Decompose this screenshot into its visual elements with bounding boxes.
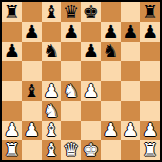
white-bishop[interactable]: ♝ [43, 121, 59, 139]
black-king[interactable]: ♚ [83, 3, 99, 21]
square-e6[interactable]: ♟ [81, 42, 101, 62]
black-rook[interactable]: ♜ [142, 3, 158, 21]
square-g7[interactable]: ♟ [121, 22, 141, 42]
square-e4[interactable]: ♟ [81, 81, 101, 101]
black-bishop[interactable]: ♝ [43, 3, 59, 21]
black-pawn[interactable]: ♟ [24, 23, 40, 41]
white-knight[interactable]: ♞ [63, 82, 79, 100]
square-d7[interactable]: ♟ [61, 22, 81, 42]
black-rook[interactable]: ♜ [4, 3, 20, 21]
square-h8[interactable]: ♜ [140, 2, 160, 22]
square-e1[interactable]: ♚ [81, 140, 101, 160]
square-b6[interactable] [22, 42, 42, 62]
square-e5[interactable] [81, 61, 101, 81]
square-a1[interactable]: ♜ [2, 140, 22, 160]
black-pawn[interactable]: ♟ [103, 23, 119, 41]
square-a7[interactable] [2, 22, 22, 42]
square-b4[interactable]: ♝ [22, 81, 42, 101]
square-g5[interactable] [121, 61, 141, 81]
square-c8[interactable]: ♝ [42, 2, 62, 22]
square-c2[interactable]: ♝ [42, 121, 62, 141]
white-king[interactable]: ♚ [83, 141, 99, 159]
white-pawn[interactable]: ♟ [24, 121, 40, 139]
white-knight[interactable]: ♞ [43, 102, 59, 120]
square-f7[interactable]: ♟ [101, 22, 121, 42]
square-f6[interactable]: ♞ [101, 42, 121, 62]
square-d6[interactable] [61, 42, 81, 62]
square-d3[interactable] [61, 101, 81, 121]
square-c6[interactable]: ♞ [42, 42, 62, 62]
square-g4[interactable] [121, 81, 141, 101]
square-f2[interactable]: ♟ [101, 121, 121, 141]
square-g1[interactable] [121, 140, 141, 160]
square-b7[interactable]: ♟ [22, 22, 42, 42]
square-b5[interactable] [22, 61, 42, 81]
square-h5[interactable] [140, 61, 160, 81]
square-e2[interactable] [81, 121, 101, 141]
square-b1[interactable] [22, 140, 42, 160]
square-f1[interactable] [101, 140, 121, 160]
square-g2[interactable]: ♟ [121, 121, 141, 141]
square-h4[interactable] [140, 81, 160, 101]
square-c1[interactable]: ♝ [42, 140, 62, 160]
square-g6[interactable] [121, 42, 141, 62]
black-bishop[interactable]: ♝ [24, 82, 40, 100]
black-pawn[interactable]: ♟ [63, 23, 79, 41]
square-f5[interactable] [101, 61, 121, 81]
square-a3[interactable] [2, 101, 22, 121]
white-pawn[interactable]: ♟ [103, 121, 119, 139]
square-h7[interactable]: ♟ [140, 22, 160, 42]
white-pawn[interactable]: ♟ [122, 121, 138, 139]
white-bishop[interactable]: ♝ [43, 141, 59, 159]
square-c3[interactable]: ♞ [42, 101, 62, 121]
square-b3[interactable] [22, 101, 42, 121]
white-pawn[interactable]: ♟ [83, 82, 99, 100]
black-pawn[interactable]: ♟ [122, 23, 138, 41]
square-d1[interactable]: ♛ [61, 140, 81, 160]
chess-board: ♜♝♛♚♜♟♟♟♟♟♟♞♟♞♝♟♞♟♞♟♟♝♟♟♟♜♝♛♚♜ [0, 0, 162, 162]
square-a8[interactable]: ♜ [2, 2, 22, 22]
square-h1[interactable]: ♜ [140, 140, 160, 160]
square-b8[interactable] [22, 2, 42, 22]
white-rook[interactable]: ♜ [142, 141, 158, 159]
square-d2[interactable] [61, 121, 81, 141]
black-knight[interactable]: ♞ [43, 42, 59, 60]
square-g8[interactable] [121, 2, 141, 22]
black-pawn[interactable]: ♟ [142, 23, 158, 41]
square-g3[interactable] [121, 101, 141, 121]
square-d5[interactable] [61, 61, 81, 81]
square-b2[interactable]: ♟ [22, 121, 42, 141]
square-f8[interactable] [101, 2, 121, 22]
square-c5[interactable] [42, 61, 62, 81]
square-f3[interactable] [101, 101, 121, 121]
black-pawn[interactable]: ♟ [4, 42, 20, 60]
square-e3[interactable] [81, 101, 101, 121]
square-h2[interactable]: ♟ [140, 121, 160, 141]
black-queen[interactable]: ♛ [63, 3, 79, 21]
square-e8[interactable]: ♚ [81, 2, 101, 22]
square-a4[interactable] [2, 81, 22, 101]
white-pawn[interactable]: ♟ [43, 82, 59, 100]
black-pawn[interactable]: ♟ [83, 42, 99, 60]
square-h6[interactable] [140, 42, 160, 62]
white-pawn[interactable]: ♟ [4, 121, 20, 139]
square-d4[interactable]: ♞ [61, 81, 81, 101]
square-d8[interactable]: ♛ [61, 2, 81, 22]
black-knight[interactable]: ♞ [103, 42, 119, 60]
square-a6[interactable]: ♟ [2, 42, 22, 62]
square-c7[interactable] [42, 22, 62, 42]
square-h3[interactable] [140, 101, 160, 121]
white-rook[interactable]: ♜ [4, 141, 20, 159]
square-a5[interactable] [2, 61, 22, 81]
square-c4[interactable]: ♟ [42, 81, 62, 101]
white-pawn[interactable]: ♟ [142, 121, 158, 139]
square-a2[interactable]: ♟ [2, 121, 22, 141]
square-f4[interactable] [101, 81, 121, 101]
white-queen[interactable]: ♛ [63, 141, 79, 159]
square-e7[interactable] [81, 22, 101, 42]
